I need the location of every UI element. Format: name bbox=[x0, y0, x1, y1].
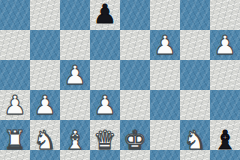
square-e5[interactable] bbox=[120, 0, 150, 30]
piece-white-pawn-h4[interactable]: ♟ bbox=[213, 30, 236, 60]
square-g4[interactable] bbox=[180, 30, 210, 60]
square-h1[interactable]: ♝ bbox=[210, 120, 240, 150]
square-a3[interactable] bbox=[0, 60, 30, 90]
piece-black-pawn-d5[interactable]: ♟ bbox=[93, 0, 116, 29]
square-c4[interactable] bbox=[60, 30, 90, 60]
square-h2[interactable] bbox=[210, 90, 240, 120]
piece-white-pawn-b2[interactable]: ♟ bbox=[33, 90, 56, 120]
square-f0-offboard-sliver[interactable] bbox=[150, 150, 180, 160]
square-d2[interactable]: ♟ bbox=[90, 90, 120, 120]
square-a5[interactable] bbox=[0, 0, 30, 30]
square-e4[interactable] bbox=[120, 30, 150, 60]
square-a1[interactable]: ♜ bbox=[0, 120, 30, 150]
piece-white-knight-b1[interactable]: ♞ bbox=[33, 125, 56, 155]
square-f3[interactable] bbox=[150, 60, 180, 90]
square-b5[interactable] bbox=[30, 0, 60, 30]
square-c5[interactable] bbox=[60, 0, 90, 30]
piece-white-king-e1[interactable]: ♚ bbox=[123, 125, 146, 155]
square-g1[interactable]: ♞ bbox=[180, 120, 210, 150]
square-d5[interactable]: ♟ bbox=[90, 0, 120, 30]
piece-white-rook-a1[interactable]: ♜ bbox=[3, 125, 26, 155]
piece-white-pawn-c3[interactable]: ♟ bbox=[63, 60, 86, 90]
piece-black-bishop-h1[interactable]: ♝ bbox=[213, 125, 236, 155]
square-a4[interactable] bbox=[0, 30, 30, 60]
square-c2[interactable] bbox=[60, 90, 90, 120]
square-b2[interactable]: ♟ bbox=[30, 90, 60, 120]
square-h3[interactable] bbox=[210, 60, 240, 90]
piece-white-bishop-c1[interactable]: ♝ bbox=[63, 125, 86, 155]
square-c3[interactable]: ♟ bbox=[60, 60, 90, 90]
square-f5[interactable] bbox=[150, 0, 180, 30]
square-d1[interactable]: ♛ bbox=[90, 120, 120, 150]
square-f4[interactable]: ♟ bbox=[150, 30, 180, 60]
square-d3[interactable] bbox=[90, 60, 120, 90]
square-b1[interactable]: ♞ bbox=[30, 120, 60, 150]
square-e2[interactable] bbox=[120, 90, 150, 120]
square-a2[interactable]: ♟ bbox=[0, 90, 30, 120]
piece-white-knight-g1[interactable]: ♞ bbox=[183, 125, 206, 155]
square-c1[interactable]: ♝ bbox=[60, 120, 90, 150]
chess-board: ♟♟♟♟♟♟♟♜♞♝♛♚♞♝ bbox=[0, 0, 240, 160]
square-h4[interactable]: ♟ bbox=[210, 30, 240, 60]
square-g5[interactable] bbox=[180, 0, 210, 30]
square-b3[interactable] bbox=[30, 60, 60, 90]
piece-white-queen-d1[interactable]: ♛ bbox=[93, 125, 116, 155]
chess-app-viewport: ♟♟♟♟♟♟♟♜♞♝♛♚♞♝ bbox=[0, 0, 240, 160]
square-f2[interactable] bbox=[150, 90, 180, 120]
square-f1[interactable] bbox=[150, 120, 180, 150]
square-e1[interactable]: ♚ bbox=[120, 120, 150, 150]
square-g3[interactable] bbox=[180, 60, 210, 90]
square-h5[interactable] bbox=[210, 0, 240, 30]
square-g2[interactable] bbox=[180, 90, 210, 120]
piece-white-pawn-d2[interactable]: ♟ bbox=[93, 90, 116, 120]
square-d4[interactable] bbox=[90, 30, 120, 60]
piece-white-pawn-f4[interactable]: ♟ bbox=[153, 30, 176, 60]
square-e3[interactable] bbox=[120, 60, 150, 90]
square-b4[interactable] bbox=[30, 30, 60, 60]
piece-white-pawn-a2[interactable]: ♟ bbox=[3, 90, 26, 120]
